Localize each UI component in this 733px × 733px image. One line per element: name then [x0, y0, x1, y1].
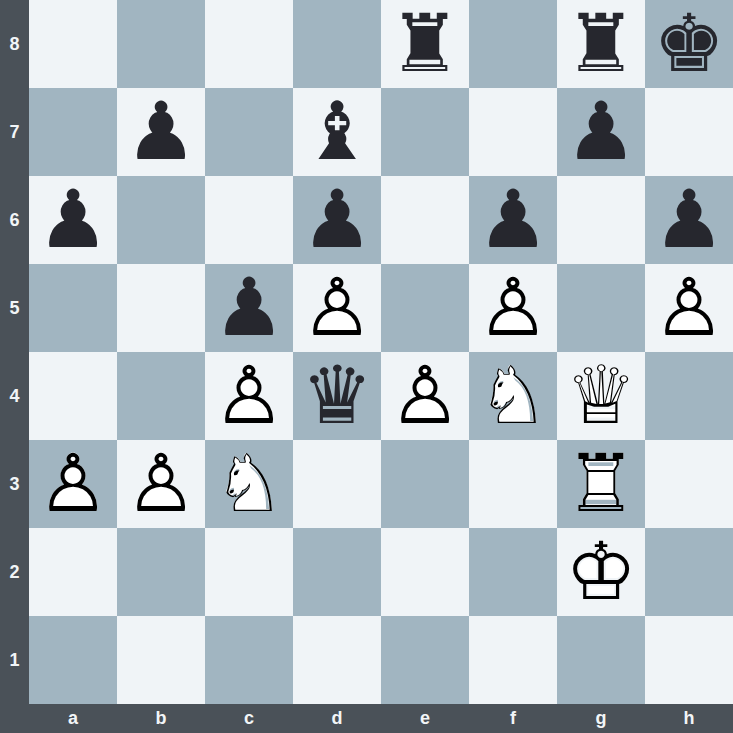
file-label-f: f	[469, 704, 557, 733]
square-c2[interactable]	[205, 528, 293, 616]
square-c8[interactable]	[205, 0, 293, 88]
piece-black-pawn[interactable]: ♟	[557, 88, 645, 176]
square-e3[interactable]	[381, 440, 469, 528]
square-e2[interactable]	[381, 528, 469, 616]
square-a6[interactable]: ♟	[29, 176, 117, 264]
square-h1[interactable]	[645, 616, 733, 704]
piece-white-pawn[interactable]: ♟	[469, 264, 557, 352]
square-g3[interactable]: ♜	[557, 440, 645, 528]
square-f4[interactable]: ♞	[469, 352, 557, 440]
piece-white-knight[interactable]: ♞	[205, 440, 293, 528]
rank-label-1: 1	[0, 616, 29, 704]
square-h7[interactable]	[645, 88, 733, 176]
square-g4[interactable]: ♛	[557, 352, 645, 440]
piece-white-pawn[interactable]: ♟	[29, 440, 117, 528]
rank-label-2: 2	[0, 528, 29, 616]
rank-label-7: 7	[0, 88, 29, 176]
piece-black-pawn[interactable]: ♟	[29, 176, 117, 264]
square-e1[interactable]	[381, 616, 469, 704]
square-g6[interactable]	[557, 176, 645, 264]
file-label-h: h	[645, 704, 733, 733]
rank-label-6: 6	[0, 176, 29, 264]
square-c7[interactable]	[205, 88, 293, 176]
square-a8[interactable]	[29, 0, 117, 88]
piece-black-pawn[interactable]: ♟	[205, 264, 293, 352]
square-f8[interactable]	[469, 0, 557, 88]
square-c6[interactable]	[205, 176, 293, 264]
piece-black-pawn[interactable]: ♟	[117, 88, 205, 176]
square-a2[interactable]	[29, 528, 117, 616]
piece-white-rook[interactable]: ♜	[557, 440, 645, 528]
square-a4[interactable]	[29, 352, 117, 440]
rank-label-5: 5	[0, 264, 29, 352]
piece-white-pawn[interactable]: ♟	[381, 352, 469, 440]
file-label-c: c	[205, 704, 293, 733]
piece-black-pawn[interactable]: ♟	[645, 176, 733, 264]
square-h2[interactable]	[645, 528, 733, 616]
square-b8[interactable]	[117, 0, 205, 88]
square-c1[interactable]	[205, 616, 293, 704]
square-f6[interactable]: ♟	[469, 176, 557, 264]
square-d4[interactable]: ♛	[293, 352, 381, 440]
piece-white-king[interactable]: ♚	[557, 528, 645, 616]
square-f1[interactable]	[469, 616, 557, 704]
square-b4[interactable]	[117, 352, 205, 440]
square-h6[interactable]: ♟	[645, 176, 733, 264]
square-e7[interactable]	[381, 88, 469, 176]
square-e5[interactable]	[381, 264, 469, 352]
square-c3[interactable]: ♞	[205, 440, 293, 528]
piece-white-pawn[interactable]: ♟	[645, 264, 733, 352]
square-f5[interactable]: ♟	[469, 264, 557, 352]
file-labels: a b c d e f g h	[0, 704, 733, 733]
square-a3[interactable]: ♟	[29, 440, 117, 528]
square-g1[interactable]	[557, 616, 645, 704]
square-h3[interactable]	[645, 440, 733, 528]
file-label-b: b	[117, 704, 205, 733]
square-b2[interactable]	[117, 528, 205, 616]
square-b5[interactable]	[117, 264, 205, 352]
rank-labels: 8 7 6 5 4 3 2 1	[0, 0, 29, 704]
piece-black-rook[interactable]: ♜	[557, 0, 645, 88]
square-c5[interactable]: ♟	[205, 264, 293, 352]
square-d8[interactable]	[293, 0, 381, 88]
square-h5[interactable]: ♟	[645, 264, 733, 352]
square-f3[interactable]	[469, 440, 557, 528]
piece-black-bishop[interactable]: ♝	[293, 88, 381, 176]
square-b6[interactable]	[117, 176, 205, 264]
square-a5[interactable]	[29, 264, 117, 352]
square-a7[interactable]	[29, 88, 117, 176]
piece-white-pawn[interactable]: ♟	[205, 352, 293, 440]
square-c4[interactable]: ♟	[205, 352, 293, 440]
square-f7[interactable]	[469, 88, 557, 176]
piece-black-pawn[interactable]: ♟	[469, 176, 557, 264]
piece-black-queen[interactable]: ♛	[293, 352, 381, 440]
square-g2[interactable]: ♚	[557, 528, 645, 616]
piece-black-king[interactable]: ♚	[645, 0, 733, 88]
piece-white-pawn[interactable]: ♟	[117, 440, 205, 528]
chess-board: ♜♜♚♟♝♟♟♟♟♟♟♟♟♟♟♛♟♞♛♟♟♞♜♚	[29, 0, 733, 704]
square-g5[interactable]	[557, 264, 645, 352]
rank-label-3: 3	[0, 440, 29, 528]
piece-white-knight[interactable]: ♞	[469, 352, 557, 440]
square-b3[interactable]: ♟	[117, 440, 205, 528]
square-g8[interactable]: ♜	[557, 0, 645, 88]
square-d2[interactable]	[293, 528, 381, 616]
square-a1[interactable]	[29, 616, 117, 704]
piece-black-rook[interactable]: ♜	[381, 0, 469, 88]
piece-white-pawn[interactable]: ♟	[293, 264, 381, 352]
square-e8[interactable]: ♜	[381, 0, 469, 88]
piece-white-queen[interactable]: ♛	[557, 352, 645, 440]
board-frame: 8 7 6 5 4 3 2 1 ♜♜♚♟♝♟♟♟♟♟♟♟♟♟♟♛♟♞♛♟♟♞♜♚…	[0, 0, 733, 733]
square-h4[interactable]	[645, 352, 733, 440]
square-g7[interactable]: ♟	[557, 88, 645, 176]
square-b7[interactable]: ♟	[117, 88, 205, 176]
square-d5[interactable]: ♟	[293, 264, 381, 352]
file-label-g: g	[557, 704, 645, 733]
square-f2[interactable]	[469, 528, 557, 616]
file-label-a: a	[29, 704, 117, 733]
square-d3[interactable]	[293, 440, 381, 528]
square-d7[interactable]: ♝	[293, 88, 381, 176]
square-d6[interactable]: ♟	[293, 176, 381, 264]
square-e4[interactable]: ♟	[381, 352, 469, 440]
piece-black-pawn[interactable]: ♟	[293, 176, 381, 264]
file-label-d: d	[293, 704, 381, 733]
rank-label-8: 8	[0, 0, 29, 88]
file-label-e: e	[381, 704, 469, 733]
square-b1[interactable]	[117, 616, 205, 704]
square-h8[interactable]: ♚	[645, 0, 733, 88]
rank-label-4: 4	[0, 352, 29, 440]
square-e6[interactable]	[381, 176, 469, 264]
square-d1[interactable]	[293, 616, 381, 704]
